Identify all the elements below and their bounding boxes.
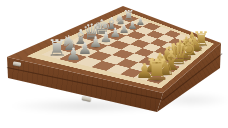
piece-brass-rook: ♜ <box>143 56 170 86</box>
piece-silver-rook: ♜ <box>47 37 67 60</box>
piece-silver-pawn: ♟ <box>66 46 81 63</box>
chess-set-product-photo: ♜♞♝♚♛♝♞♜♟♟♟♟♟♟♟♟♟♟♟♟♟♟♟♟♜♞♝♚♛♝♞♜ <box>0 0 228 128</box>
